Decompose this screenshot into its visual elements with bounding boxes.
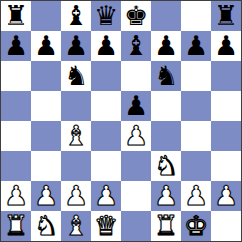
black-pawn[interactable]: ♟ bbox=[184, 31, 208, 61]
square-a5[interactable] bbox=[1, 91, 31, 121]
square-c1[interactable]: ♝ bbox=[61, 211, 91, 241]
black-knight[interactable]: ♞ bbox=[64, 61, 88, 91]
white-pawn[interactable]: ♟ bbox=[34, 181, 58, 211]
black-knight[interactable]: ♞ bbox=[154, 61, 178, 91]
square-a1[interactable]: ♜ bbox=[1, 211, 31, 241]
square-b4[interactable] bbox=[31, 121, 61, 151]
square-b1[interactable]: ♞ bbox=[31, 211, 61, 241]
square-e6[interactable] bbox=[121, 61, 151, 91]
square-h3[interactable] bbox=[211, 151, 241, 181]
chess-board: ♜♝♛♚♜♟♟♟♟♝♟♟♟♞♞♟♝♟♞♟♟♟♟♟♟♟♜♞♝♛♜♚ bbox=[0, 0, 242, 242]
black-pawn[interactable]: ♟ bbox=[124, 91, 148, 121]
square-a6[interactable] bbox=[1, 61, 31, 91]
square-d8[interactable]: ♛ bbox=[91, 1, 121, 31]
square-g7[interactable]: ♟ bbox=[181, 31, 211, 61]
square-h7[interactable]: ♟ bbox=[211, 31, 241, 61]
square-h8[interactable]: ♜ bbox=[211, 1, 241, 31]
white-king[interactable]: ♚ bbox=[184, 211, 208, 241]
square-a3[interactable] bbox=[1, 151, 31, 181]
square-h6[interactable] bbox=[211, 61, 241, 91]
square-d7[interactable]: ♟ bbox=[91, 31, 121, 61]
black-bishop[interactable]: ♝ bbox=[64, 1, 88, 31]
square-f7[interactable]: ♟ bbox=[151, 31, 181, 61]
square-h2[interactable]: ♟ bbox=[211, 181, 241, 211]
square-f1[interactable]: ♜ bbox=[151, 211, 181, 241]
square-g4[interactable] bbox=[181, 121, 211, 151]
square-b5[interactable] bbox=[31, 91, 61, 121]
white-rook[interactable]: ♜ bbox=[4, 211, 28, 241]
square-a7[interactable]: ♟ bbox=[1, 31, 31, 61]
square-e3[interactable] bbox=[121, 151, 151, 181]
black-rook[interactable]: ♜ bbox=[4, 1, 28, 31]
black-king[interactable]: ♚ bbox=[124, 1, 148, 31]
square-f4[interactable] bbox=[151, 121, 181, 151]
white-bishop[interactable]: ♝ bbox=[64, 121, 88, 151]
square-d6[interactable] bbox=[91, 61, 121, 91]
square-e4[interactable]: ♟ bbox=[121, 121, 151, 151]
square-f5[interactable] bbox=[151, 91, 181, 121]
square-e8[interactable]: ♚ bbox=[121, 1, 151, 31]
white-rook[interactable]: ♜ bbox=[154, 211, 178, 241]
square-c2[interactable]: ♟ bbox=[61, 181, 91, 211]
square-e1[interactable] bbox=[121, 211, 151, 241]
square-e7[interactable]: ♝ bbox=[121, 31, 151, 61]
square-c6[interactable]: ♞ bbox=[61, 61, 91, 91]
square-f2[interactable]: ♟ bbox=[151, 181, 181, 211]
square-g5[interactable] bbox=[181, 91, 211, 121]
square-b3[interactable] bbox=[31, 151, 61, 181]
square-g3[interactable] bbox=[181, 151, 211, 181]
black-queen[interactable]: ♛ bbox=[94, 1, 118, 31]
square-c7[interactable]: ♟ bbox=[61, 31, 91, 61]
white-pawn[interactable]: ♟ bbox=[214, 181, 238, 211]
white-pawn[interactable]: ♟ bbox=[124, 121, 148, 151]
square-b8[interactable] bbox=[31, 1, 61, 31]
square-b6[interactable] bbox=[31, 61, 61, 91]
square-f3[interactable]: ♞ bbox=[151, 151, 181, 181]
black-bishop[interactable]: ♝ bbox=[124, 31, 148, 61]
square-a8[interactable]: ♜ bbox=[1, 1, 31, 31]
square-a4[interactable] bbox=[1, 121, 31, 151]
square-d4[interactable] bbox=[91, 121, 121, 151]
black-pawn[interactable]: ♟ bbox=[94, 31, 118, 61]
square-d5[interactable] bbox=[91, 91, 121, 121]
square-e5[interactable]: ♟ bbox=[121, 91, 151, 121]
square-b7[interactable]: ♟ bbox=[31, 31, 61, 61]
square-g2[interactable]: ♟ bbox=[181, 181, 211, 211]
square-g6[interactable] bbox=[181, 61, 211, 91]
black-pawn[interactable]: ♟ bbox=[214, 31, 238, 61]
black-pawn[interactable]: ♟ bbox=[4, 31, 28, 61]
square-c3[interactable] bbox=[61, 151, 91, 181]
square-c8[interactable]: ♝ bbox=[61, 1, 91, 31]
square-d2[interactable]: ♟ bbox=[91, 181, 121, 211]
black-pawn[interactable]: ♟ bbox=[64, 31, 88, 61]
square-d3[interactable] bbox=[91, 151, 121, 181]
square-f8[interactable] bbox=[151, 1, 181, 31]
square-e2[interactable] bbox=[121, 181, 151, 211]
black-rook[interactable]: ♜ bbox=[214, 1, 238, 31]
white-pawn[interactable]: ♟ bbox=[94, 181, 118, 211]
square-h5[interactable] bbox=[211, 91, 241, 121]
square-c5[interactable] bbox=[61, 91, 91, 121]
square-d1[interactable]: ♛ bbox=[91, 211, 121, 241]
white-knight[interactable]: ♞ bbox=[154, 151, 178, 181]
black-pawn[interactable]: ♟ bbox=[154, 31, 178, 61]
white-pawn[interactable]: ♟ bbox=[4, 181, 28, 211]
white-pawn[interactable]: ♟ bbox=[64, 181, 88, 211]
black-pawn[interactable]: ♟ bbox=[34, 31, 58, 61]
white-pawn[interactable]: ♟ bbox=[184, 181, 208, 211]
square-h4[interactable] bbox=[211, 121, 241, 151]
square-b2[interactable]: ♟ bbox=[31, 181, 61, 211]
white-queen[interactable]: ♛ bbox=[94, 211, 118, 241]
square-f6[interactable]: ♞ bbox=[151, 61, 181, 91]
white-pawn[interactable]: ♟ bbox=[154, 181, 178, 211]
square-a2[interactable]: ♟ bbox=[1, 181, 31, 211]
square-g8[interactable] bbox=[181, 1, 211, 31]
square-h1[interactable] bbox=[211, 211, 241, 241]
square-g1[interactable]: ♚ bbox=[181, 211, 211, 241]
white-bishop[interactable]: ♝ bbox=[64, 211, 88, 241]
square-c4[interactable]: ♝ bbox=[61, 121, 91, 151]
white-knight[interactable]: ♞ bbox=[34, 211, 58, 241]
